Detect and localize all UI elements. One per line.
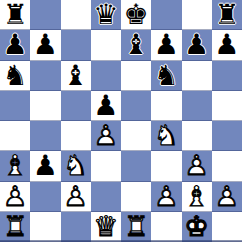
square-e7[interactable]: ♝ <box>121 30 151 60</box>
white-knight[interactable]: ♞♘ <box>151 121 181 151</box>
black-king[interactable]: ♚ <box>121 0 151 30</box>
black-bishop[interactable]: ♝ <box>121 30 151 60</box>
square-c1[interactable] <box>61 212 91 242</box>
square-c7[interactable] <box>61 30 91 60</box>
white-knight[interactable]: ♞♘ <box>61 151 91 181</box>
square-f2[interactable]: ♟♙ <box>151 182 181 212</box>
square-h7[interactable]: ♟ <box>212 30 242 60</box>
square-a7[interactable]: ♟ <box>0 30 30 60</box>
white-pawn[interactable]: ♟♙ <box>0 182 30 212</box>
square-f4[interactable]: ♞♘ <box>151 121 181 151</box>
square-h8[interactable]: ♜ <box>212 0 242 30</box>
white-bishop[interactable]: ♝♗ <box>0 151 30 181</box>
white-rook[interactable]: ♜♖ <box>0 212 30 242</box>
square-g5[interactable] <box>182 91 212 121</box>
white-bishop[interactable]: ♝♗ <box>182 182 212 212</box>
square-h4[interactable] <box>212 121 242 151</box>
square-f3[interactable] <box>151 151 181 181</box>
square-b1[interactable] <box>30 212 60 242</box>
square-b8[interactable] <box>30 0 60 30</box>
square-h2[interactable]: ♟♙ <box>212 182 242 212</box>
square-d6[interactable] <box>91 61 121 91</box>
square-a8[interactable]: ♜ <box>0 0 30 30</box>
square-c8[interactable] <box>61 0 91 30</box>
square-b2[interactable] <box>30 182 60 212</box>
square-c3[interactable]: ♞♘ <box>61 151 91 181</box>
square-d3[interactable] <box>91 151 121 181</box>
square-f1[interactable] <box>151 212 181 242</box>
square-g4[interactable] <box>182 121 212 151</box>
square-e5[interactable] <box>121 91 151 121</box>
square-c5[interactable] <box>61 91 91 121</box>
square-f5[interactable] <box>151 91 181 121</box>
white-pawn[interactable]: ♟♙ <box>61 182 91 212</box>
square-b3[interactable]: ♟ <box>30 151 60 181</box>
white-rook[interactable]: ♜♖ <box>121 212 151 242</box>
black-bishop[interactable]: ♝ <box>61 61 91 91</box>
square-a2[interactable]: ♟♙ <box>0 182 30 212</box>
square-d7[interactable] <box>91 30 121 60</box>
black-knight[interactable]: ♞ <box>0 61 30 91</box>
black-pawn[interactable]: ♟ <box>151 30 181 60</box>
square-g3[interactable]: ♟♙ <box>182 151 212 181</box>
square-d2[interactable] <box>91 182 121 212</box>
square-e4[interactable] <box>121 121 151 151</box>
square-h3[interactable] <box>212 151 242 181</box>
square-d1[interactable]: ♛♕ <box>91 212 121 242</box>
white-pawn[interactable]: ♟♙ <box>151 182 181 212</box>
square-c2[interactable]: ♟♙ <box>61 182 91 212</box>
white-pawn[interactable]: ♟♙ <box>182 151 212 181</box>
black-pawn[interactable]: ♟ <box>91 91 121 121</box>
chess-board: ♜♛♚♜♟♟♝♟♟♟♞♝♞♟♟♙♞♘♝♗♟♞♘♟♙♟♙♟♙♟♙♝♗♟♙♜♖♛♕♜… <box>0 0 242 242</box>
black-rook[interactable]: ♜ <box>212 0 242 30</box>
square-g7[interactable]: ♟ <box>182 30 212 60</box>
square-a5[interactable] <box>0 91 30 121</box>
square-h1[interactable] <box>212 212 242 242</box>
square-a4[interactable] <box>0 121 30 151</box>
square-d8[interactable]: ♛ <box>91 0 121 30</box>
black-queen[interactable]: ♛ <box>91 0 121 30</box>
square-e6[interactable] <box>121 61 151 91</box>
square-g6[interactable] <box>182 61 212 91</box>
square-a1[interactable]: ♜♖ <box>0 212 30 242</box>
square-e2[interactable] <box>121 182 151 212</box>
square-b4[interactable] <box>30 121 60 151</box>
square-g8[interactable] <box>182 0 212 30</box>
square-e8[interactable]: ♚ <box>121 0 151 30</box>
square-f7[interactable]: ♟ <box>151 30 181 60</box>
square-c6[interactable]: ♝ <box>61 61 91 91</box>
black-pawn[interactable]: ♟ <box>182 30 212 60</box>
white-pawn[interactable]: ♟♙ <box>91 121 121 151</box>
square-f8[interactable] <box>151 0 181 30</box>
square-a3[interactable]: ♝♗ <box>0 151 30 181</box>
square-e3[interactable] <box>121 151 151 181</box>
square-c4[interactable] <box>61 121 91 151</box>
black-knight[interactable]: ♞ <box>151 61 181 91</box>
square-d4[interactable]: ♟♙ <box>91 121 121 151</box>
white-king[interactable]: ♚♔ <box>182 212 212 242</box>
square-b7[interactable]: ♟ <box>30 30 60 60</box>
black-pawn[interactable]: ♟ <box>30 30 60 60</box>
black-pawn[interactable]: ♟ <box>30 151 60 181</box>
square-a6[interactable]: ♞ <box>0 61 30 91</box>
square-b6[interactable] <box>30 61 60 91</box>
white-queen[interactable]: ♛♕ <box>91 212 121 242</box>
square-h5[interactable] <box>212 91 242 121</box>
black-rook[interactable]: ♜ <box>0 0 30 30</box>
white-pawn[interactable]: ♟♙ <box>212 182 242 212</box>
square-d5[interactable]: ♟ <box>91 91 121 121</box>
square-f6[interactable]: ♞ <box>151 61 181 91</box>
square-h6[interactable] <box>212 61 242 91</box>
square-b5[interactable] <box>30 91 60 121</box>
black-pawn[interactable]: ♟ <box>212 30 242 60</box>
black-pawn[interactable]: ♟ <box>0 30 30 60</box>
square-e1[interactable]: ♜♖ <box>121 212 151 242</box>
square-g2[interactable]: ♝♗ <box>182 182 212 212</box>
square-g1[interactable]: ♚♔ <box>182 212 212 242</box>
